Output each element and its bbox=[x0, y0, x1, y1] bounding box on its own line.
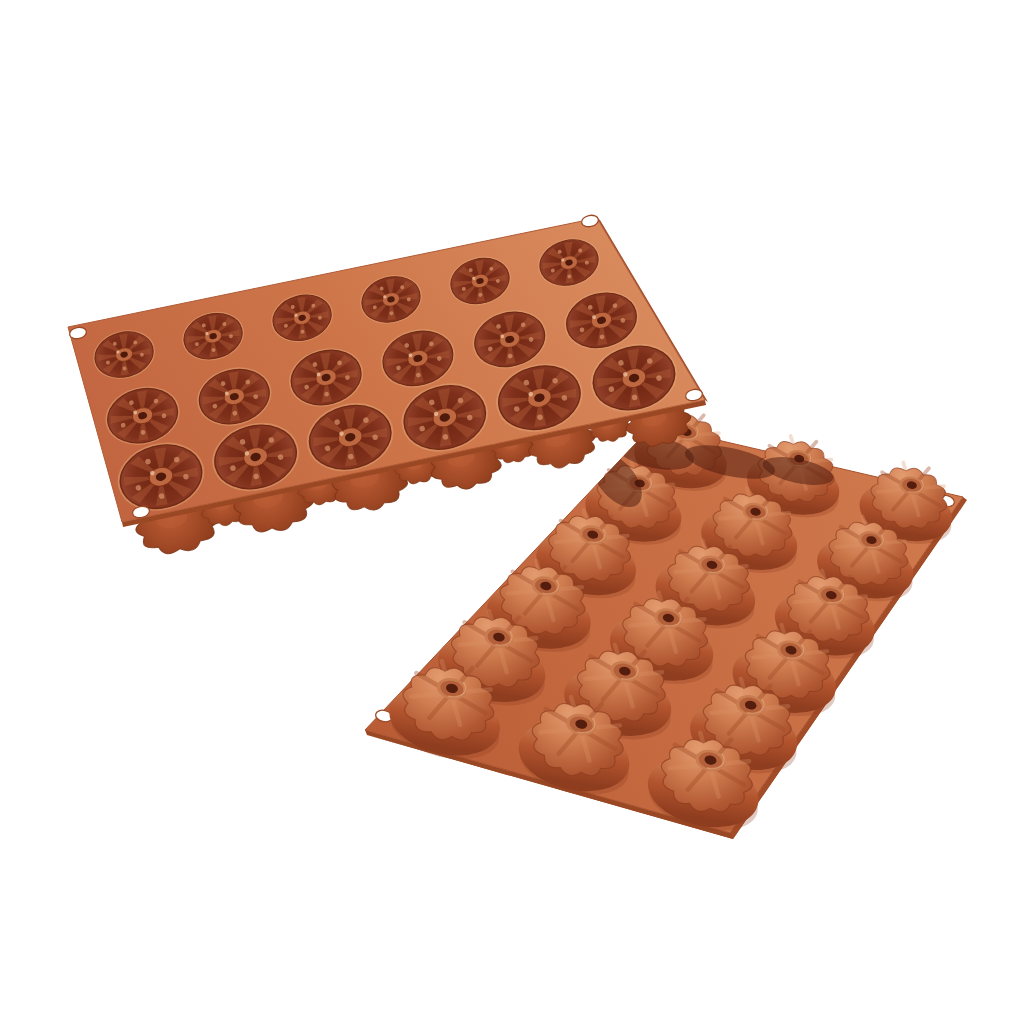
product-photo bbox=[0, 0, 1024, 1024]
scene-svg bbox=[0, 0, 1024, 1024]
